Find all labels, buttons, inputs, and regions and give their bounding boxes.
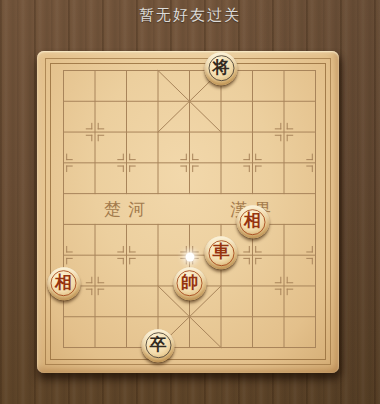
- piece-red-general[interactable]: 帥: [173, 267, 206, 300]
- piece-glyph: 帥: [181, 274, 198, 291]
- piece-glyph: 相: [55, 274, 72, 291]
- page-title: 暂无好友过关: [0, 6, 380, 25]
- piece-red-chariot[interactable]: 車: [205, 236, 238, 269]
- piece-red-elephant[interactable]: 相: [236, 206, 269, 239]
- piece-black-general[interactable]: 将: [205, 52, 238, 85]
- piece-black-soldier[interactable]: 卒: [142, 329, 175, 362]
- piece-glyph: 将: [213, 59, 230, 76]
- app-background: 暂无好友过关 楚河 漢界 将相車相帥卒: [0, 0, 380, 404]
- xiangqi-board[interactable]: 楚河 漢界 将相車相帥卒: [37, 51, 339, 373]
- board-grid: [37, 51, 339, 373]
- river-label-chu: 楚河: [104, 198, 152, 221]
- piece-glyph: 車: [213, 243, 230, 260]
- piece-red-elephant[interactable]: 相: [47, 267, 80, 300]
- last-move-dot: [185, 253, 194, 262]
- piece-glyph: 卒: [150, 336, 167, 353]
- piece-glyph: 相: [244, 213, 261, 230]
